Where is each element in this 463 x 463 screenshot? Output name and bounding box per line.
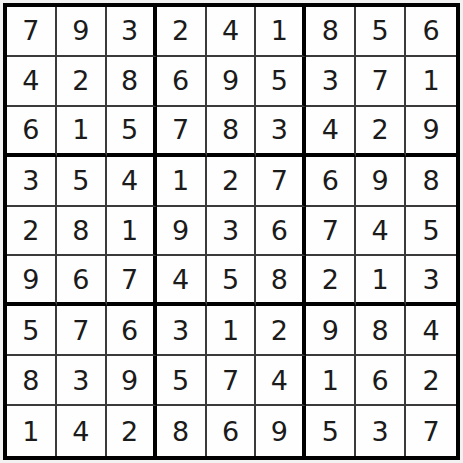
cell-r6c6: 8 [256,256,306,306]
cell-r4c7: 6 [306,157,356,207]
cell-r7c8: 8 [356,306,406,356]
cell-r7c1: 5 [7,306,57,356]
cell-r1c5: 4 [207,7,257,57]
cell-r3c3: 5 [107,107,157,157]
cell-r1c3: 3 [107,7,157,57]
cell-r2c7: 3 [306,57,356,107]
cell-r2c9: 1 [406,57,456,107]
cell-r9c3: 2 [107,406,157,456]
cell-r7c4: 3 [157,306,207,356]
cell-r3c4: 7 [157,107,207,157]
cell-r9c5: 6 [207,406,257,456]
cell-r4c3: 4 [107,157,157,207]
cell-r8c3: 9 [107,356,157,406]
cell-r3c9: 9 [406,107,456,157]
cell-r2c4: 6 [157,57,207,107]
cell-r1c1: 7 [7,7,57,57]
cell-r3c7: 4 [306,107,356,157]
cell-r5c2: 8 [57,207,107,257]
cell-r9c8: 3 [356,406,406,456]
cell-r4c8: 9 [356,157,406,207]
cell-r1c9: 6 [406,7,456,57]
cell-r8c7: 1 [306,356,356,406]
cell-r6c1: 9 [7,256,57,306]
cell-r5c3: 1 [107,207,157,257]
cell-r8c4: 5 [157,356,207,406]
cell-r6c7: 2 [306,256,356,306]
cell-r4c5: 2 [207,157,257,207]
cell-r1c4: 2 [157,7,207,57]
cell-r6c8: 1 [356,256,406,306]
cell-r7c6: 2 [256,306,306,356]
cell-r5c1: 2 [7,207,57,257]
cell-r2c8: 7 [356,57,406,107]
cell-r1c6: 1 [256,7,306,57]
cell-r7c5: 1 [207,306,257,356]
cell-r4c1: 3 [7,157,57,207]
page: 7932418564286953716157834293541276982819… [0,0,463,463]
cell-r8c6: 4 [256,356,306,406]
sudoku-board: 7932418564286953716157834293541276982819… [3,3,460,460]
cell-r2c5: 9 [207,57,257,107]
cell-r6c5: 5 [207,256,257,306]
cell-r4c9: 8 [406,157,456,207]
cell-r1c7: 8 [306,7,356,57]
cell-r6c4: 4 [157,256,207,306]
cell-r5c4: 9 [157,207,207,257]
cell-r6c9: 3 [406,256,456,306]
cell-r7c7: 9 [306,306,356,356]
cell-r9c7: 5 [306,406,356,456]
cell-r7c3: 6 [107,306,157,356]
cell-r1c2: 9 [57,7,107,57]
cell-r3c1: 6 [7,107,57,157]
cell-r6c2: 6 [57,256,107,306]
cell-r5c6: 6 [256,207,306,257]
cell-r5c5: 3 [207,207,257,257]
cell-r8c8: 6 [356,356,406,406]
cell-r8c9: 2 [406,356,456,406]
cell-r7c9: 4 [406,306,456,356]
cell-r2c3: 8 [107,57,157,107]
cell-r8c5: 7 [207,356,257,406]
cell-r6c3: 7 [107,256,157,306]
cell-r3c5: 8 [207,107,257,157]
cell-r9c1: 1 [7,406,57,456]
cell-r5c7: 7 [306,207,356,257]
cell-r7c2: 7 [57,306,107,356]
cell-r2c1: 4 [7,57,57,107]
cell-r4c2: 5 [57,157,107,207]
cell-r9c4: 8 [157,406,207,456]
cell-r3c2: 1 [57,107,107,157]
cell-r9c2: 4 [57,406,107,456]
cell-r4c6: 7 [256,157,306,207]
cell-r5c8: 4 [356,207,406,257]
cell-r4c4: 1 [157,157,207,207]
cell-r8c1: 8 [7,356,57,406]
cell-r8c2: 3 [57,356,107,406]
cell-r9c6: 9 [256,406,306,456]
cell-r1c8: 5 [356,7,406,57]
cell-r3c6: 3 [256,107,306,157]
cell-r2c2: 2 [57,57,107,107]
cell-r3c8: 2 [356,107,406,157]
cell-r2c6: 5 [256,57,306,107]
cell-r9c9: 7 [406,406,456,456]
cell-r5c9: 5 [406,207,456,257]
